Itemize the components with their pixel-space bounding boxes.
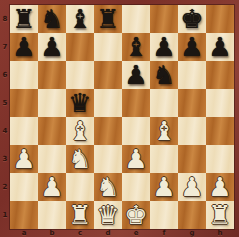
white-pawn-piece[interactable]: ♟: [152, 173, 175, 201]
square-c8[interactable]: ♝: [66, 5, 94, 33]
square-b1[interactable]: [38, 201, 66, 229]
square-h5[interactable]: [206, 89, 234, 117]
white-rook-piece[interactable]: ♜: [208, 201, 231, 229]
square-c3[interactable]: ♞: [66, 145, 94, 173]
square-e5[interactable]: [122, 89, 150, 117]
square-h2[interactable]: ♟: [206, 173, 234, 201]
file-label-g: g: [178, 229, 206, 237]
square-b6[interactable]: [38, 61, 66, 89]
board-frame: 87654321 ♜♞♝♜♚♟♟♝♟♟♟♟♞♛♝♝♟♞♟♟♞♟♟♟♜♛♚♜ ab…: [0, 0, 239, 237]
square-e8[interactable]: [122, 5, 150, 33]
square-e7[interactable]: ♝: [122, 33, 150, 61]
square-f8[interactable]: [150, 5, 178, 33]
square-g1[interactable]: [178, 201, 206, 229]
file-label-a: a: [10, 229, 38, 237]
white-bishop-piece[interactable]: ♝: [68, 117, 91, 145]
square-a4[interactable]: [10, 117, 38, 145]
square-h1[interactable]: ♜: [206, 201, 234, 229]
square-b7[interactable]: ♟: [38, 33, 66, 61]
square-c6[interactable]: [66, 61, 94, 89]
square-f1[interactable]: [150, 201, 178, 229]
rank-label-8: 8: [0, 5, 10, 33]
square-h6[interactable]: [206, 61, 234, 89]
white-queen-piece[interactable]: ♛: [96, 201, 119, 229]
square-d7[interactable]: [94, 33, 122, 61]
square-d6[interactable]: [94, 61, 122, 89]
square-d1[interactable]: ♛: [94, 201, 122, 229]
white-pawn-piece[interactable]: ♟: [124, 145, 147, 173]
square-b8[interactable]: ♞: [38, 5, 66, 33]
square-a8[interactable]: ♜: [10, 5, 38, 33]
square-e3[interactable]: ♟: [122, 145, 150, 173]
square-b2[interactable]: ♟: [38, 173, 66, 201]
black-bishop-piece[interactable]: ♝: [68, 5, 91, 33]
square-f6[interactable]: ♞: [150, 61, 178, 89]
square-a5[interactable]: [10, 89, 38, 117]
black-pawn-piece[interactable]: ♟: [40, 33, 63, 61]
square-g5[interactable]: [178, 89, 206, 117]
rank-label-7: 7: [0, 33, 10, 61]
black-rook-piece[interactable]: ♜: [96, 5, 119, 33]
file-labels: abcdefgh: [10, 229, 234, 237]
white-pawn-piece[interactable]: ♟: [40, 173, 63, 201]
square-b4[interactable]: [38, 117, 66, 145]
white-bishop-piece[interactable]: ♝: [152, 117, 175, 145]
chess-board: ♜♞♝♜♚♟♟♝♟♟♟♟♞♛♝♝♟♞♟♟♞♟♟♟♜♛♚♜: [10, 5, 234, 229]
square-e1[interactable]: ♚: [122, 201, 150, 229]
square-c7[interactable]: [66, 33, 94, 61]
black-pawn-piece[interactable]: ♟: [12, 33, 35, 61]
square-d4[interactable]: [94, 117, 122, 145]
file-label-h: h: [206, 229, 234, 237]
square-a6[interactable]: [10, 61, 38, 89]
square-g4[interactable]: [178, 117, 206, 145]
square-h4[interactable]: [206, 117, 234, 145]
square-f4[interactable]: ♝: [150, 117, 178, 145]
square-c4[interactable]: ♝: [66, 117, 94, 145]
black-queen-piece[interactable]: ♛: [68, 89, 91, 117]
square-b5[interactable]: [38, 89, 66, 117]
square-a2[interactable]: [10, 173, 38, 201]
rank-label-2: 2: [0, 173, 10, 201]
file-label-b: b: [38, 229, 66, 237]
square-f3[interactable]: [150, 145, 178, 173]
square-d3[interactable]: [94, 145, 122, 173]
black-pawn-piece[interactable]: ♟: [180, 33, 203, 61]
square-f2[interactable]: ♟: [150, 173, 178, 201]
black-knight-piece[interactable]: ♞: [40, 5, 63, 33]
square-f7[interactable]: ♟: [150, 33, 178, 61]
rank-label-1: 1: [0, 201, 10, 229]
white-rook-piece[interactable]: ♜: [68, 201, 91, 229]
rank-label-3: 3: [0, 145, 10, 173]
square-f5[interactable]: [150, 89, 178, 117]
square-g2[interactable]: ♟: [178, 173, 206, 201]
square-g7[interactable]: ♟: [178, 33, 206, 61]
square-c5[interactable]: ♛: [66, 89, 94, 117]
rank-labels: 87654321: [0, 5, 10, 229]
rank-label-5: 5: [0, 89, 10, 117]
square-h3[interactable]: [206, 145, 234, 173]
file-label-e: e: [122, 229, 150, 237]
square-d8[interactable]: ♜: [94, 5, 122, 33]
white-pawn-piece[interactable]: ♟: [208, 173, 231, 201]
rank-label-4: 4: [0, 117, 10, 145]
white-king-piece[interactable]: ♚: [124, 201, 147, 229]
black-king-piece[interactable]: ♚: [180, 5, 203, 33]
square-h8[interactable]: [206, 5, 234, 33]
white-knight-piece[interactable]: ♞: [96, 173, 119, 201]
file-label-c: c: [66, 229, 94, 237]
white-knight-piece[interactable]: ♞: [68, 145, 91, 173]
file-label-d: d: [94, 229, 122, 237]
square-d2[interactable]: ♞: [94, 173, 122, 201]
square-a3[interactable]: ♟: [10, 145, 38, 173]
black-pawn-piece[interactable]: ♟: [124, 61, 147, 89]
square-e2[interactable]: [122, 173, 150, 201]
square-g6[interactable]: [178, 61, 206, 89]
square-a7[interactable]: ♟: [10, 33, 38, 61]
square-e6[interactable]: ♟: [122, 61, 150, 89]
square-h7[interactable]: ♟: [206, 33, 234, 61]
white-pawn-piece[interactable]: ♟: [12, 145, 35, 173]
square-g8[interactable]: ♚: [178, 5, 206, 33]
square-d5[interactable]: [94, 89, 122, 117]
black-pawn-piece[interactable]: ♟: [208, 33, 231, 61]
black-knight-piece[interactable]: ♞: [152, 61, 175, 89]
black-rook-piece[interactable]: ♜: [12, 5, 35, 33]
file-label-f: f: [150, 229, 178, 237]
square-e4[interactable]: [122, 117, 150, 145]
square-c2[interactable]: [66, 173, 94, 201]
square-g3[interactable]: [178, 145, 206, 173]
square-b3[interactable]: [38, 145, 66, 173]
square-a1[interactable]: [10, 201, 38, 229]
square-c1[interactable]: ♜: [66, 201, 94, 229]
white-pawn-piece[interactable]: ♟: [180, 173, 203, 201]
black-bishop-piece[interactable]: ♝: [124, 33, 147, 61]
rank-label-6: 6: [0, 61, 10, 89]
black-pawn-piece[interactable]: ♟: [152, 33, 175, 61]
